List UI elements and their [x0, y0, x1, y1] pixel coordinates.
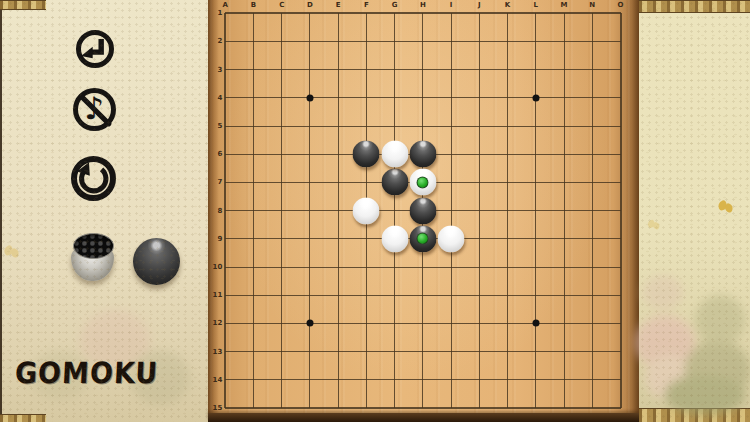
ornate-border-bottom-right: [639, 408, 750, 422]
ornate-border-bottom-left: [0, 414, 46, 422]
return-arrow-icon: [78, 32, 112, 66]
gomoku-board: A1B2C3D4E5F6G7H8I9J10K11L12M13N14O15: [208, 0, 639, 422]
undo-arrow-icon: [75, 160, 112, 197]
app-title: GOMOKU: [14, 356, 159, 389]
butterfly-decoration: [718, 201, 734, 214]
left-sidebar: ♪ GOMOKU: [0, 0, 208, 422]
ornate-border-top-right: [639, 0, 750, 13]
mute-button[interactable]: ♪: [73, 88, 116, 131]
flower-art-right: [635, 255, 750, 405]
app-root: { "game": "gomoku", "app_title": "GOMOKU…: [0, 0, 750, 422]
exit-button[interactable]: [76, 30, 114, 68]
board-bottom-shadow: [208, 413, 639, 422]
bowl-stones: [73, 233, 114, 259]
undo-button[interactable]: [71, 156, 116, 201]
black-player-stone: [133, 238, 180, 285]
ornate-border-top-left: [0, 0, 46, 10]
butterfly-decoration: [4, 246, 20, 259]
black-stone-bowl: [71, 233, 114, 282]
board-play-area[interactable]: [218, 6, 629, 416]
left-border-line: [0, 0, 2, 422]
butterfly-decoration: [648, 220, 661, 230]
